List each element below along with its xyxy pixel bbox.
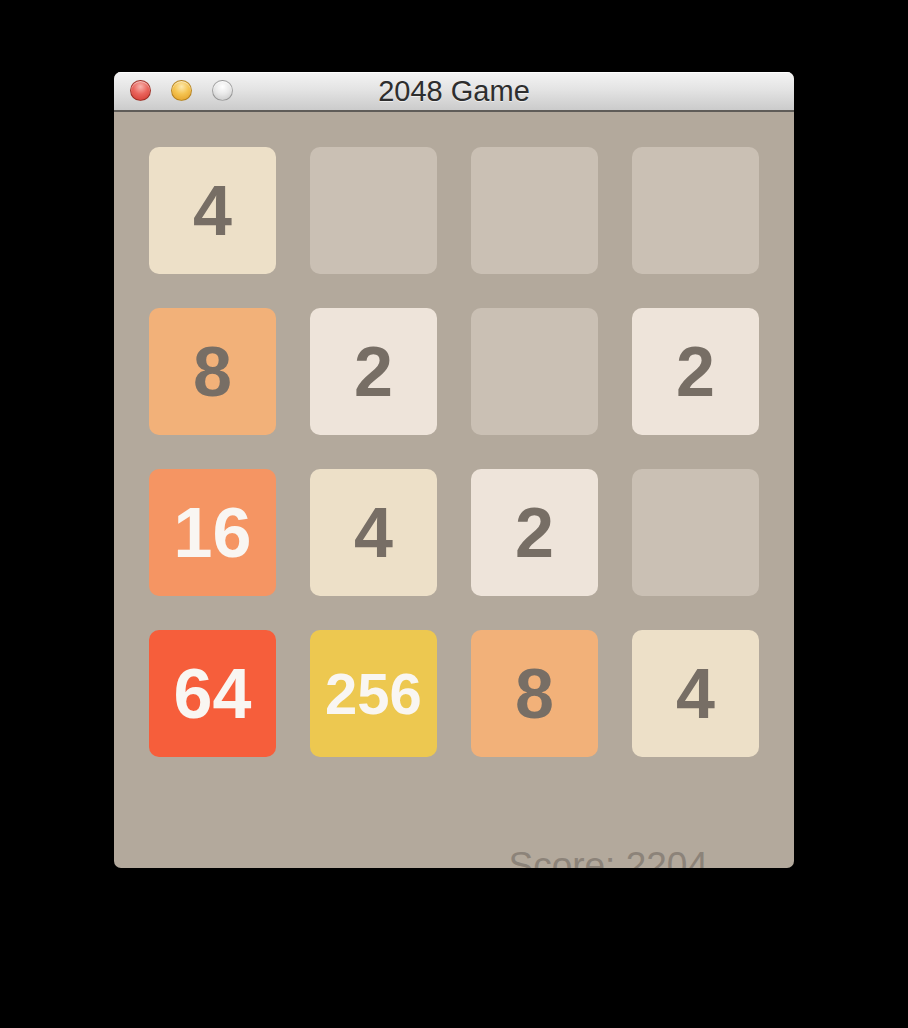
minimize-button[interactable] bbox=[171, 80, 192, 101]
tile-r4c2: 256 bbox=[310, 630, 437, 757]
tile-r3c1: 16 bbox=[149, 469, 276, 596]
tile-r1c3 bbox=[471, 147, 598, 274]
board: 4 8 2 2 16 4 2 64 256 8 4 bbox=[149, 147, 759, 757]
tile-r3c4 bbox=[632, 469, 759, 596]
tile-r2c4: 2 bbox=[632, 308, 759, 435]
score-text: Score: 2204 bbox=[508, 845, 708, 868]
app-window: 2048 Game 4 8 2 2 16 4 2 64 256 8 4 Scor… bbox=[114, 72, 794, 868]
game-area: 4 8 2 2 16 4 2 64 256 8 4 Score: 2204 bbox=[114, 147, 794, 868]
close-button[interactable] bbox=[130, 80, 151, 101]
tile-r4c1: 64 bbox=[149, 630, 276, 757]
tile-r1c2 bbox=[310, 147, 437, 274]
window-controls bbox=[130, 80, 233, 101]
tile-r2c3 bbox=[471, 308, 598, 435]
zoom-button[interactable] bbox=[212, 80, 233, 101]
tile-r3c2: 4 bbox=[310, 469, 437, 596]
tile-r1c1: 4 bbox=[149, 147, 276, 274]
title-bar[interactable]: 2048 Game bbox=[114, 72, 794, 112]
tile-r2c1: 8 bbox=[149, 308, 276, 435]
tile-r4c3: 8 bbox=[471, 630, 598, 757]
tile-r4c4: 4 bbox=[632, 630, 759, 757]
tile-r3c3: 2 bbox=[471, 469, 598, 596]
tile-r1c4 bbox=[632, 147, 759, 274]
tile-r2c2: 2 bbox=[310, 308, 437, 435]
